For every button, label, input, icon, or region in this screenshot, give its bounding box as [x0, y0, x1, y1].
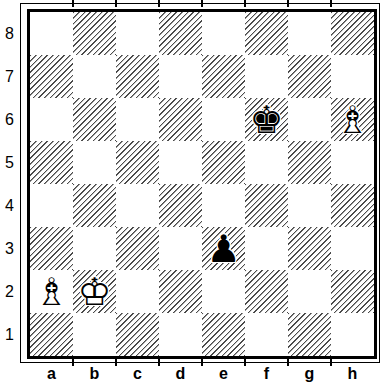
- square-a1[interactable]: [30, 313, 73, 356]
- frame-tick: [244, 0, 246, 7]
- white-bishop-fill: ♝: [30, 270, 73, 313]
- square-b5[interactable]: [73, 141, 116, 184]
- white-king[interactable]: ♔: [73, 270, 116, 313]
- square-d6[interactable]: [159, 98, 202, 141]
- square-c6[interactable]: [116, 98, 159, 141]
- square-h1[interactable]: [331, 313, 374, 356]
- frame-tick: [115, 0, 117, 7]
- square-d1[interactable]: [159, 313, 202, 356]
- black-king[interactable]: ♚: [245, 98, 288, 141]
- square-c7[interactable]: [116, 55, 159, 98]
- black-pawn[interactable]: ♟: [202, 227, 245, 270]
- square-g5[interactable]: [288, 141, 331, 184]
- frame-tick: [287, 0, 289, 7]
- rank-label-8: 8: [0, 12, 19, 55]
- square-d5[interactable]: [159, 141, 202, 184]
- square-g4[interactable]: [288, 184, 331, 227]
- file-label-a: a: [30, 363, 73, 385]
- square-c3[interactable]: [116, 227, 159, 270]
- square-e1[interactable]: [202, 313, 245, 356]
- white-king-fill: ♚: [73, 270, 116, 313]
- rank-label-6: 6: [0, 98, 19, 141]
- file-label-f: f: [245, 363, 288, 385]
- square-g7[interactable]: [288, 55, 331, 98]
- square-a7[interactable]: [30, 55, 73, 98]
- square-f3[interactable]: [245, 227, 288, 270]
- chess-diagram: 87654321 ♚♝♗♟♝♗♚♔ abcdefgh: [0, 0, 384, 386]
- white-bishop[interactable]: ♗: [331, 98, 374, 141]
- frame-tick: [201, 0, 203, 7]
- square-a6[interactable]: [30, 98, 73, 141]
- square-a8[interactable]: [30, 12, 73, 55]
- square-f6[interactable]: ♚: [245, 98, 288, 141]
- file-label-d: d: [159, 363, 202, 385]
- square-c2[interactable]: [116, 270, 159, 313]
- square-e3[interactable]: ♟: [202, 227, 245, 270]
- square-a4[interactable]: [30, 184, 73, 227]
- square-d2[interactable]: [159, 270, 202, 313]
- square-e5[interactable]: [202, 141, 245, 184]
- square-a2[interactable]: ♝♗: [30, 270, 73, 313]
- board-frame: ♚♝♗♟♝♗♚♔: [27, 9, 377, 359]
- square-h6[interactable]: ♝♗: [331, 98, 374, 141]
- square-e6[interactable]: [202, 98, 245, 141]
- rank-label-3: 3: [0, 227, 19, 270]
- file-labels: abcdefgh: [30, 363, 374, 385]
- square-e4[interactable]: [202, 184, 245, 227]
- square-a5[interactable]: [30, 141, 73, 184]
- file-label-c: c: [116, 363, 159, 385]
- rank-label-2: 2: [0, 270, 19, 313]
- square-f5[interactable]: [245, 141, 288, 184]
- square-b2[interactable]: ♚♔: [73, 270, 116, 313]
- square-c1[interactable]: [116, 313, 159, 356]
- square-f1[interactable]: [245, 313, 288, 356]
- square-b7[interactable]: [73, 55, 116, 98]
- white-bishop-fill: ♝: [331, 98, 374, 141]
- square-b8[interactable]: [73, 12, 116, 55]
- square-h8[interactable]: [331, 12, 374, 55]
- square-f8[interactable]: [245, 12, 288, 55]
- square-e7[interactable]: [202, 55, 245, 98]
- square-e8[interactable]: [202, 12, 245, 55]
- frame-tick: [158, 0, 160, 7]
- square-d7[interactable]: [159, 55, 202, 98]
- frame-tick: [72, 0, 74, 7]
- square-f2[interactable]: [245, 270, 288, 313]
- file-label-b: b: [73, 363, 116, 385]
- square-g6[interactable]: [288, 98, 331, 141]
- rank-label-7: 7: [0, 55, 19, 98]
- square-g1[interactable]: [288, 313, 331, 356]
- square-c5[interactable]: [116, 141, 159, 184]
- square-d3[interactable]: [159, 227, 202, 270]
- square-f4[interactable]: [245, 184, 288, 227]
- square-h5[interactable]: [331, 141, 374, 184]
- file-label-e: e: [202, 363, 245, 385]
- file-label-g: g: [288, 363, 331, 385]
- square-a3[interactable]: [30, 227, 73, 270]
- square-e2[interactable]: [202, 270, 245, 313]
- square-g2[interactable]: [288, 270, 331, 313]
- square-c8[interactable]: [116, 12, 159, 55]
- square-b1[interactable]: [73, 313, 116, 356]
- square-h3[interactable]: [331, 227, 374, 270]
- rank-label-1: 1: [0, 313, 19, 356]
- square-b3[interactable]: [73, 227, 116, 270]
- square-f7[interactable]: [245, 55, 288, 98]
- rank-labels: 87654321: [0, 12, 19, 356]
- square-b6[interactable]: [73, 98, 116, 141]
- square-c4[interactable]: [116, 184, 159, 227]
- file-label-h: h: [331, 363, 374, 385]
- rank-label-4: 4: [0, 184, 19, 227]
- square-h4[interactable]: [331, 184, 374, 227]
- square-b4[interactable]: [73, 184, 116, 227]
- square-h2[interactable]: [331, 270, 374, 313]
- square-g8[interactable]: [288, 12, 331, 55]
- square-d8[interactable]: [159, 12, 202, 55]
- square-h7[interactable]: [331, 55, 374, 98]
- square-d4[interactable]: [159, 184, 202, 227]
- rank-label-5: 5: [0, 141, 19, 184]
- white-bishop[interactable]: ♗: [30, 270, 73, 313]
- square-g3[interactable]: [288, 227, 331, 270]
- chess-board: ♚♝♗♟♝♗♚♔: [30, 12, 374, 356]
- frame-tick: [330, 0, 332, 7]
